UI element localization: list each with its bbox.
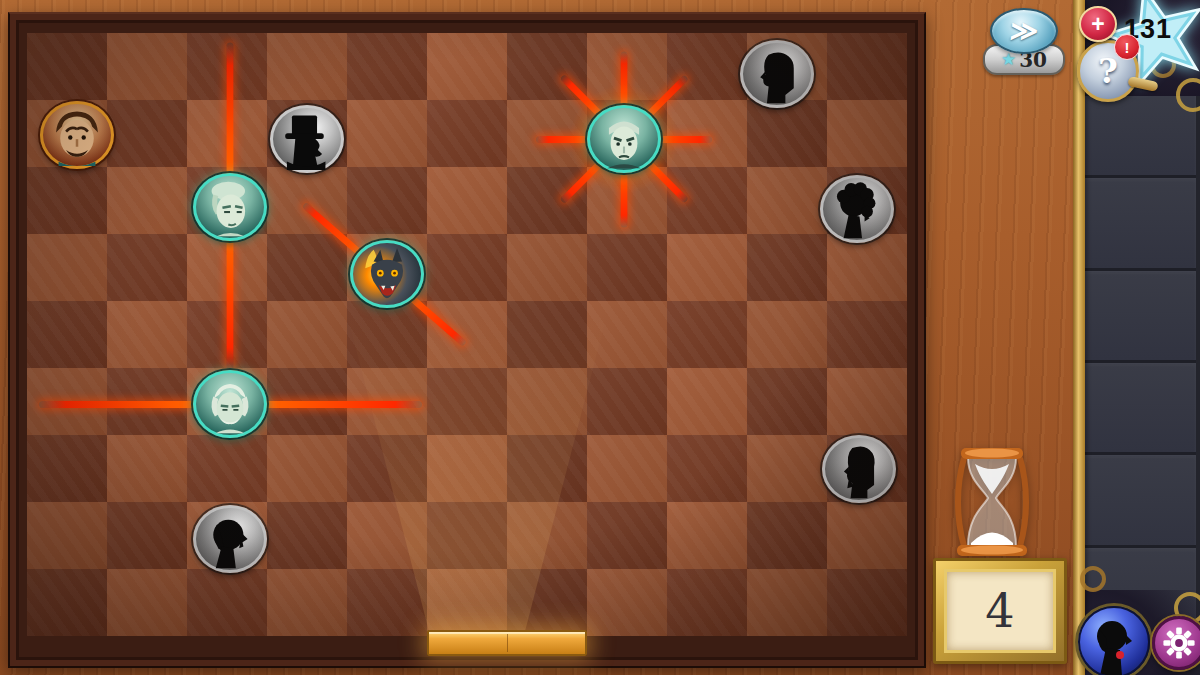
board-square-c3r4[interactable] [267,301,347,368]
board-square-c8r1[interactable] [667,100,747,167]
board-square-c3r8[interactable] [267,569,347,636]
board-square-c8r0[interactable] [667,33,747,100]
board-square-c6r5[interactable] [507,368,587,435]
board-square-c8r3[interactable] [667,234,747,301]
board-square-c1r0[interactable] [107,33,187,100]
board-square-c7r8[interactable] [587,569,667,636]
board-square-c0r4[interactable] [27,301,107,368]
board-square-c9r6[interactable] [747,435,827,502]
board-square-c1r3[interactable] [107,234,187,301]
board-square-c5r8[interactable] [427,569,507,636]
board-square-c6r6[interactable] [507,435,587,502]
board-square-c3r7[interactable] [267,502,347,569]
plus-icon: + [1091,13,1104,36]
board-square-c5r0[interactable] [427,33,507,100]
board-square-c3r6[interactable] [267,435,347,502]
board-square-c0r8[interactable] [27,569,107,636]
board-square-c10r4[interactable] [827,301,907,368]
board-square-c4r2[interactable] [347,167,427,234]
board-square-c4r7[interactable] [347,502,427,569]
board-square-c2r8[interactable] [187,569,267,636]
board-square-c6r7[interactable] [507,502,587,569]
suspect-slot-5[interactable] [1085,455,1196,547]
board-square-c9r5[interactable] [747,368,827,435]
board-square-c9r2[interactable] [747,167,827,234]
board-square-c5r7[interactable] [427,502,507,569]
board-square-c5r5[interactable] [427,368,507,435]
board-square-c1r8[interactable] [107,569,187,636]
board-square-c8r4[interactable] [667,301,747,368]
board-square-c4r1[interactable] [347,100,427,167]
moves-counter-inner: 4 [944,569,1056,653]
board-square-c8r8[interactable] [667,569,747,636]
token-old-man-silhouette[interactable] [822,435,896,503]
board-square-c0r7[interactable] [27,502,107,569]
token-mustached-man[interactable] [40,101,114,169]
token-curly-woman-silhouette[interactable] [820,175,894,243]
board-square-c7r3[interactable] [587,234,667,301]
board-square-c4r8[interactable] [347,569,427,636]
board-square-c9r7[interactable] [747,502,827,569]
token-woman-silhouette[interactable] [193,505,267,573]
token-pale-man[interactable] [587,105,661,173]
board-square-c6r4[interactable] [507,301,587,368]
board-square-c9r8[interactable] [747,569,827,636]
board-square-c10r1[interactable] [827,100,907,167]
board-square-c6r8[interactable] [507,569,587,636]
help-alert-badge: ! [1114,34,1140,60]
board-square-c0r6[interactable] [27,435,107,502]
moves-counter-frame: 4 [933,558,1067,664]
board-square-c10r0[interactable] [827,33,907,100]
board-square-c1r7[interactable] [107,502,187,569]
board-square-c6r1[interactable] [507,100,587,167]
board-square-c8r6[interactable] [667,435,747,502]
board-square-c7r7[interactable] [587,502,667,569]
token-werewolf[interactable] [350,240,424,308]
board-square-c0r2[interactable] [27,167,107,234]
moves-remaining-value: 4 [985,584,1014,638]
board-square-c3r0[interactable] [267,33,347,100]
board-square-c4r4[interactable] [347,301,427,368]
suspect-slot-list [1085,86,1196,640]
add-stars-button[interactable]: + [1079,6,1117,42]
board-square-c10r7[interactable] [827,502,907,569]
board-square-c9r1[interactable] [747,100,827,167]
board-square-c5r1[interactable] [427,100,507,167]
skip-button[interactable]: ≫ [990,8,1058,54]
board-square-c9r3[interactable] [747,234,827,301]
board-square-c1r4[interactable] [107,301,187,368]
board-square-c1r6[interactable] [107,435,187,502]
board-square-c7r5[interactable] [587,368,667,435]
board-square-c10r5[interactable] [827,368,907,435]
board-square-c10r8[interactable] [827,569,907,636]
board-square-c0r0[interactable] [27,33,107,100]
board-square-c8r5[interactable] [667,368,747,435]
settings-button[interactable] [1152,616,1200,670]
board-square-c5r6[interactable] [427,435,507,502]
board-square-c5r4[interactable] [427,301,507,368]
board-square-c9r4[interactable] [747,301,827,368]
gold-scroll-ornament [1080,566,1106,592]
token-old-man[interactable] [193,370,267,438]
gear-icon [1162,626,1196,660]
token-man-silhouette[interactable] [740,40,814,108]
token-old-woman[interactable] [193,173,267,241]
hourglass-timer [948,446,1036,558]
token-tophat-silhouette[interactable] [270,105,344,173]
fast-forward-icon: ≫ [1008,15,1040,47]
board-square-c2r6[interactable] [187,435,267,502]
board-square-c6r3[interactable] [507,234,587,301]
question-mark-icon: ? [1098,51,1118,91]
board-square-c6r2[interactable] [507,167,587,234]
exit-door [427,630,587,656]
board-square-c5r3[interactable] [427,234,507,301]
board-square-c0r3[interactable] [27,234,107,301]
exclamation-icon: ! [1125,39,1130,56]
board-square-c10r3[interactable] [827,234,907,301]
board-square-c8r2[interactable] [667,167,747,234]
game-board-frame [8,12,926,668]
board-square-c7r6[interactable] [587,435,667,502]
board-square-c1r1[interactable] [107,100,187,167]
board-square-c5r2[interactable] [427,167,507,234]
board-square-c8r7[interactable] [667,502,747,569]
board-square-c3r2[interactable] [267,167,347,234]
character-profile-button[interactable] [1078,606,1150,675]
suspect-slot-2[interactable] [1085,178,1196,270]
suspect-slot-3[interactable] [1085,271,1196,363]
board-square-c4r0[interactable] [347,33,427,100]
suspect-slot-4[interactable] [1085,363,1196,455]
board-square-c4r6[interactable] [347,435,427,502]
board-square-c3r3[interactable] [267,234,347,301]
board-square-c7r4[interactable] [587,301,667,368]
game-board [27,33,907,636]
board-square-c1r2[interactable] [107,167,187,234]
woman-silhouette-icon [1080,608,1148,675]
